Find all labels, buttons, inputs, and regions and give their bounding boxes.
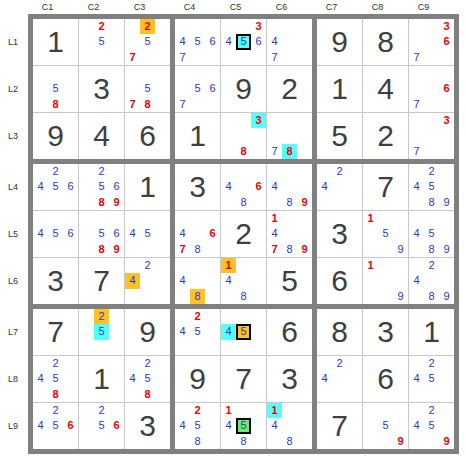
empty-candidate-slot bbox=[33, 66, 48, 81]
candidate-5[interactable]: 5 bbox=[424, 226, 439, 241]
candidate-5[interactable]: 5 bbox=[424, 418, 439, 433]
candidate-7[interactable]: 7 bbox=[409, 144, 424, 159]
candidate-3-highlight-cyan[interactable]: 3 bbox=[251, 113, 266, 128]
empty-candidate-slot bbox=[221, 195, 236, 210]
cell-L2C4[interactable]: 567 bbox=[175, 66, 220, 112]
candidate-9[interactable]: 9 bbox=[109, 195, 124, 210]
candidate-2[interactable]: 2 bbox=[424, 164, 439, 179]
cell-L1C8[interactable]: 8 bbox=[363, 19, 408, 65]
cell-L2C2[interactable]: 3 bbox=[79, 66, 124, 112]
cell-L3C6[interactable]: 78 bbox=[267, 113, 312, 159]
candidate-grid: 5689 bbox=[79, 211, 124, 257]
candidate-1[interactable]: 1 bbox=[267, 211, 282, 226]
candidate-4[interactable]: 4 bbox=[33, 226, 48, 241]
candidate-9[interactable]: 9 bbox=[439, 289, 454, 304]
candidate-5[interactable]: 5 bbox=[140, 226, 155, 241]
cell-L8C6[interactable]: 3 bbox=[267, 356, 312, 402]
candidate-digit: 4 bbox=[413, 181, 419, 192]
candidate-8[interactable]: 8 bbox=[424, 242, 439, 257]
candidate-8[interactable]: 8 bbox=[282, 195, 297, 210]
candidate-grid: 4567 bbox=[175, 19, 220, 65]
cell-L9C1[interactable]: 2456 bbox=[33, 403, 78, 449]
candidate-2[interactable]: 2 bbox=[48, 403, 63, 418]
candidate-3[interactable]: 3 bbox=[439, 19, 454, 34]
cell-L6C8[interactable]: 19 bbox=[363, 258, 408, 304]
empty-candidate-slot bbox=[175, 66, 190, 81]
candidate-4[interactable]: 4 bbox=[175, 34, 190, 49]
candidate-4[interactable]: 4 bbox=[317, 371, 332, 386]
candidate-5[interactable]: 5 bbox=[94, 226, 109, 241]
candidate-digit: 8 bbox=[240, 291, 246, 302]
candidate-8[interactable]: 8 bbox=[236, 289, 251, 304]
cell-L2C8[interactable]: 4 bbox=[363, 66, 408, 112]
candidate-digit: 9 bbox=[113, 197, 119, 208]
empty-candidate-slot bbox=[236, 179, 251, 194]
candidate-4[interactable]: 4 bbox=[409, 179, 424, 194]
candidate-2[interactable]: 2 bbox=[424, 258, 439, 273]
candidate-digit: 1 bbox=[225, 260, 231, 271]
candidate-9[interactable]: 9 bbox=[393, 289, 408, 304]
candidate-8[interactable]: 8 bbox=[190, 434, 205, 449]
cell-L9C9[interactable]: 2459 bbox=[409, 403, 454, 449]
candidate-digit: 5 bbox=[52, 420, 58, 431]
empty-candidate-slot bbox=[282, 128, 297, 143]
candidate-grid: 489 bbox=[267, 164, 312, 210]
candidate-8[interactable]: 8 bbox=[236, 144, 251, 159]
cell-L9C3[interactable]: 3 bbox=[125, 403, 170, 449]
candidate-2[interactable]: 2 bbox=[94, 164, 109, 179]
empty-candidate-slot bbox=[33, 164, 48, 179]
candidate-8[interactable]: 8 bbox=[140, 387, 155, 402]
cell-L6C6[interactable]: 5 bbox=[267, 258, 312, 304]
cell-L6C3[interactable]: 24 bbox=[125, 258, 170, 304]
candidate-8[interactable]: 8 bbox=[94, 195, 109, 210]
candidate-8[interactable]: 8 bbox=[424, 195, 439, 210]
cell-L6C9[interactable]: 2489 bbox=[409, 258, 454, 304]
cell-L4C9[interactable]: 24589 bbox=[409, 164, 454, 210]
candidate-5-highlight-cyan[interactable]: 5 bbox=[236, 34, 251, 49]
candidate-digit: 7 bbox=[413, 146, 419, 157]
candidate-7[interactable]: 7 bbox=[409, 50, 424, 65]
candidate-5[interactable]: 5 bbox=[48, 371, 63, 386]
row-label-L2: L2 bbox=[0, 66, 26, 112]
row-label-L5: L5 bbox=[0, 211, 26, 257]
cell-L3C9[interactable]: 37 bbox=[409, 113, 454, 159]
candidate-7[interactable]: 7 bbox=[409, 97, 424, 112]
empty-candidate-slot bbox=[205, 418, 220, 433]
candidate-4[interactable]: 4 bbox=[221, 273, 236, 288]
cell-L3C8[interactable]: 2 bbox=[363, 113, 408, 159]
candidate-4[interactable]: 4 bbox=[33, 371, 48, 386]
candidate-8[interactable]: 8 bbox=[190, 242, 205, 257]
empty-candidate-slot bbox=[363, 273, 378, 288]
cell-L8C9[interactable]: 245 bbox=[409, 356, 454, 402]
candidate-grid: 37 bbox=[409, 113, 454, 159]
candidate-5[interactable]: 5 bbox=[48, 179, 63, 194]
candidate-4[interactable]: 4 bbox=[175, 226, 190, 241]
cell-L9C5[interactable]: 1458 bbox=[221, 403, 266, 449]
candidate-8[interactable]: 8 bbox=[140, 97, 155, 112]
candidate-8[interactable]: 8 bbox=[48, 97, 63, 112]
cell-L8C8[interactable]: 6 bbox=[363, 356, 408, 402]
empty-candidate-slot bbox=[94, 434, 109, 449]
empty-candidate-slot bbox=[125, 81, 140, 96]
cell-L2C6[interactable]: 2 bbox=[267, 66, 312, 112]
candidate-grid: 45 bbox=[221, 309, 266, 355]
empty-candidate-slot bbox=[439, 418, 454, 433]
cell-L8C2[interactable]: 1 bbox=[79, 356, 124, 402]
row-label-L4: L4 bbox=[0, 164, 26, 210]
candidate-digit: 4 bbox=[413, 228, 419, 239]
candidate-4[interactable]: 4 bbox=[221, 418, 236, 433]
cell-L9C7[interactable]: 7 bbox=[317, 403, 362, 449]
empty-candidate-slot bbox=[297, 418, 312, 433]
candidate-8[interactable]: 8 bbox=[94, 242, 109, 257]
candidate-5[interactable]: 5 bbox=[140, 34, 155, 49]
empty-candidate-slot bbox=[205, 19, 220, 34]
candidate-9[interactable]: 9 bbox=[297, 242, 312, 257]
candidate-5[interactable]: 5 bbox=[190, 34, 205, 49]
cell-L1C7[interactable]: 9 bbox=[317, 19, 362, 65]
candidate-grid: 24 bbox=[317, 164, 362, 210]
empty-candidate-slot bbox=[317, 387, 332, 402]
candidate-7[interactable]: 7 bbox=[267, 50, 282, 65]
cell-L5C1[interactable]: 456 bbox=[33, 211, 78, 257]
cell-L1C6[interactable]: 47 bbox=[267, 19, 312, 65]
candidate-2[interactable]: 2 bbox=[190, 309, 205, 324]
candidate-2[interactable]: 2 bbox=[48, 164, 63, 179]
cell-L9C6[interactable]: 148 bbox=[267, 403, 312, 449]
candidate-9[interactable]: 9 bbox=[439, 242, 454, 257]
cell-L7C2[interactable]: 25 bbox=[79, 309, 124, 355]
candidate-5-highlight-green[interactable]: 5 bbox=[236, 418, 251, 433]
candidate-4[interactable]: 4 bbox=[33, 418, 48, 433]
cell-L7C1[interactable]: 7 bbox=[33, 309, 78, 355]
candidate-4[interactable]: 4 bbox=[221, 34, 236, 49]
candidate-9[interactable]: 9 bbox=[439, 434, 454, 449]
candidate-5-highlight-cyan[interactable]: 5 bbox=[94, 324, 109, 339]
candidate-8[interactable]: 8 bbox=[282, 434, 297, 449]
candidate-5[interactable]: 5 bbox=[140, 81, 155, 96]
candidate-8[interactable]: 8 bbox=[424, 289, 439, 304]
cell-L5C3[interactable]: 45 bbox=[125, 211, 170, 257]
candidate-4[interactable]: 4 bbox=[409, 226, 424, 241]
cell-L3C1[interactable]: 9 bbox=[33, 113, 78, 159]
candidate-4[interactable]: 4 bbox=[267, 226, 282, 241]
cell-L1C4[interactable]: 4567 bbox=[175, 19, 220, 65]
solved-digit: 3 bbox=[175, 164, 220, 210]
candidate-6[interactable]: 6 bbox=[439, 34, 454, 49]
empty-candidate-slot bbox=[267, 128, 282, 143]
candidate-5[interactable]: 5 bbox=[190, 418, 205, 433]
cell-L5C6[interactable]: 14789 bbox=[267, 211, 312, 257]
candidate-4-highlight-cyan[interactable]: 4 bbox=[221, 324, 236, 339]
candidate-digit: 3 bbox=[443, 115, 449, 126]
candidate-9[interactable]: 9 bbox=[393, 434, 408, 449]
candidate-grid: 48 bbox=[175, 258, 220, 304]
candidate-5[interactable]: 5 bbox=[94, 34, 109, 49]
empty-candidate-slot bbox=[155, 19, 170, 34]
candidate-6[interactable]: 6 bbox=[251, 34, 266, 49]
candidate-6[interactable]: 6 bbox=[439, 81, 454, 96]
cell-L6C1[interactable]: 3 bbox=[33, 258, 78, 304]
candidate-1[interactable]: 1 bbox=[363, 211, 378, 226]
cell-L3C4[interactable]: 1 bbox=[175, 113, 220, 159]
candidate-4[interactable]: 4 bbox=[317, 179, 332, 194]
cell-L2C1[interactable]: 58 bbox=[33, 66, 78, 112]
cell-L5C4[interactable]: 4678 bbox=[175, 211, 220, 257]
candidate-digit: 8 bbox=[98, 244, 104, 255]
candidate-digit: 4 bbox=[129, 373, 135, 384]
box-border-vertical bbox=[454, 14, 459, 454]
candidate-1[interactable]: 1 bbox=[363, 258, 378, 273]
candidate-2[interactable]: 2 bbox=[140, 258, 155, 273]
candidate-4[interactable]: 4 bbox=[175, 418, 190, 433]
candidate-1-highlight-orange[interactable]: 1 bbox=[221, 258, 236, 273]
candidate-4[interactable]: 4 bbox=[33, 179, 48, 194]
candidate-5[interactable]: 5 bbox=[48, 226, 63, 241]
candidate-2-highlight-orange[interactable]: 2 bbox=[94, 309, 109, 324]
empty-candidate-slot bbox=[439, 371, 454, 386]
candidate-4[interactable]: 4 bbox=[267, 418, 282, 433]
candidate-4[interactable]: 4 bbox=[175, 324, 190, 339]
cell-L7C5[interactable]: 45 bbox=[221, 309, 266, 355]
candidate-7[interactable]: 7 bbox=[267, 242, 282, 257]
cell-L1C5[interactable]: 3456 bbox=[221, 19, 266, 65]
cell-L8C5[interactable]: 7 bbox=[221, 356, 266, 402]
candidate-digit: 2 bbox=[428, 358, 434, 369]
candidate-6[interactable]: 6 bbox=[63, 226, 78, 241]
solved-digit: 2 bbox=[363, 113, 408, 159]
candidate-6[interactable]: 6 bbox=[205, 226, 220, 241]
candidate-6[interactable]: 6 bbox=[63, 418, 78, 433]
candidate-5[interactable]: 5 bbox=[94, 179, 109, 194]
empty-candidate-slot bbox=[63, 371, 78, 386]
cell-L4C8[interactable]: 7 bbox=[363, 164, 408, 210]
candidate-2[interactable]: 2 bbox=[424, 403, 439, 418]
candidate-4[interactable]: 4 bbox=[409, 371, 424, 386]
cell-L3C5[interactable]: 38 bbox=[221, 113, 266, 159]
candidate-7[interactable]: 7 bbox=[175, 97, 190, 112]
empty-candidate-slot bbox=[48, 434, 63, 449]
cell-L8C1[interactable]: 2458 bbox=[33, 356, 78, 402]
cell-L9C4[interactable]: 2458 bbox=[175, 403, 220, 449]
cell-L1C1[interactable]: 1 bbox=[33, 19, 78, 65]
empty-candidate-slot bbox=[33, 195, 48, 210]
empty-candidate-slot bbox=[267, 164, 282, 179]
candidate-7[interactable]: 7 bbox=[267, 144, 282, 159]
empty-candidate-slot bbox=[33, 434, 48, 449]
candidate-6[interactable]: 6 bbox=[251, 179, 266, 194]
candidate-2[interactable]: 2 bbox=[190, 403, 205, 418]
cell-L2C5[interactable]: 9 bbox=[221, 66, 266, 112]
candidate-4[interactable]: 4 bbox=[125, 226, 140, 241]
cell-L7C6[interactable]: 6 bbox=[267, 309, 312, 355]
candidate-4[interactable]: 4 bbox=[175, 273, 190, 288]
cell-L7C9[interactable]: 1 bbox=[409, 309, 454, 355]
candidate-grid: 25 bbox=[79, 19, 124, 65]
cell-L7C3[interactable]: 9 bbox=[125, 309, 170, 355]
cell-L3C7[interactable]: 5 bbox=[317, 113, 362, 159]
cell-L1C3[interactable]: 257 bbox=[125, 19, 170, 65]
candidate-digit: 2 bbox=[98, 166, 104, 177]
candidate-9[interactable]: 9 bbox=[109, 242, 124, 257]
candidate-7[interactable]: 7 bbox=[125, 50, 140, 65]
cell-L8C3[interactable]: 2458 bbox=[125, 356, 170, 402]
candidate-grid: 367 bbox=[409, 19, 454, 65]
candidate-digit: 2 bbox=[98, 405, 104, 416]
candidate-6[interactable]: 6 bbox=[205, 34, 220, 49]
cell-L1C9[interactable]: 367 bbox=[409, 19, 454, 65]
candidate-8[interactable]: 8 bbox=[236, 195, 251, 210]
candidate-digit: 8 bbox=[428, 244, 434, 255]
empty-candidate-slot bbox=[109, 434, 124, 449]
empty-candidate-slot bbox=[79, 19, 94, 34]
cell-L2C3[interactable]: 578 bbox=[125, 66, 170, 112]
empty-candidate-slot bbox=[109, 164, 124, 179]
candidate-4[interactable]: 4 bbox=[125, 371, 140, 386]
candidate-4[interactable]: 4 bbox=[267, 179, 282, 194]
empty-candidate-slot bbox=[79, 211, 94, 226]
empty-candidate-slot bbox=[297, 50, 312, 65]
candidate-grid: 24589 bbox=[409, 164, 454, 210]
cell-L5C5[interactable]: 2 bbox=[221, 211, 266, 257]
empty-candidate-slot bbox=[221, 19, 236, 34]
cell-L8C7[interactable]: 24 bbox=[317, 356, 362, 402]
cell-L2C9[interactable]: 67 bbox=[409, 66, 454, 112]
cell-L4C6[interactable]: 489 bbox=[267, 164, 312, 210]
cell-L4C3[interactable]: 1 bbox=[125, 164, 170, 210]
candidate-6[interactable]: 6 bbox=[63, 179, 78, 194]
cell-L4C2[interactable]: 25689 bbox=[79, 164, 124, 210]
cell-L9C8[interactable]: 59 bbox=[363, 403, 408, 449]
empty-candidate-slot bbox=[439, 128, 454, 143]
candidate-8-highlight-cyan[interactable]: 8 bbox=[282, 144, 297, 159]
empty-candidate-slot bbox=[140, 211, 155, 226]
candidate-digit: 5 bbox=[144, 36, 150, 47]
candidate-2[interactable]: 2 bbox=[48, 356, 63, 371]
candidate-5[interactable]: 5 bbox=[94, 418, 109, 433]
empty-candidate-slot bbox=[33, 97, 48, 112]
candidate-9[interactable]: 9 bbox=[297, 195, 312, 210]
candidate-5[interactable]: 5 bbox=[48, 418, 63, 433]
solved-digit: 4 bbox=[363, 66, 408, 112]
candidate-digit: 4 bbox=[225, 326, 231, 337]
candidate-4-highlight-orange[interactable]: 4 bbox=[125, 273, 140, 288]
empty-candidate-slot bbox=[267, 195, 282, 210]
cell-L7C7[interactable]: 8 bbox=[317, 309, 362, 355]
candidate-digit: 7 bbox=[179, 244, 185, 255]
col-label-C5: C5 bbox=[213, 1, 258, 13]
candidate-4[interactable]: 4 bbox=[221, 179, 236, 194]
candidate-2[interactable]: 2 bbox=[94, 403, 109, 418]
candidate-6[interactable]: 6 bbox=[205, 81, 220, 96]
candidate-7[interactable]: 7 bbox=[175, 50, 190, 65]
candidate-2[interactable]: 2 bbox=[140, 356, 155, 371]
candidate-6[interactable]: 6 bbox=[109, 179, 124, 194]
candidate-5[interactable]: 5 bbox=[424, 179, 439, 194]
candidate-6[interactable]: 6 bbox=[109, 418, 124, 433]
candidate-6[interactable]: 6 bbox=[109, 226, 124, 241]
cell-L7C8[interactable]: 3 bbox=[363, 309, 408, 355]
cell-L6C7[interactable]: 6 bbox=[317, 258, 362, 304]
col-label-C6: C6 bbox=[259, 1, 304, 13]
candidate-2[interactable]: 2 bbox=[332, 164, 347, 179]
candidate-9[interactable]: 9 bbox=[439, 195, 454, 210]
candidate-5[interactable]: 5 bbox=[378, 418, 393, 433]
candidate-2[interactable]: 2 bbox=[424, 356, 439, 371]
cell-L4C7[interactable]: 24 bbox=[317, 164, 362, 210]
candidate-2[interactable]: 2 bbox=[332, 356, 347, 371]
cell-L7C4[interactable]: 245 bbox=[175, 309, 220, 355]
candidate-5[interactable]: 5 bbox=[424, 371, 439, 386]
candidate-digit: 5 bbox=[98, 36, 104, 47]
solved-digit: 6 bbox=[363, 356, 408, 402]
candidate-5[interactable]: 5 bbox=[190, 324, 205, 339]
cell-L4C5[interactable]: 468 bbox=[221, 164, 266, 210]
candidate-5-highlight-orange[interactable]: 5 bbox=[236, 324, 251, 339]
candidate-9[interactable]: 9 bbox=[393, 242, 408, 257]
cell-L5C2[interactable]: 5689 bbox=[79, 211, 124, 257]
candidate-5[interactable]: 5 bbox=[190, 81, 205, 96]
cell-L1C2[interactable]: 25 bbox=[79, 19, 124, 65]
cell-L6C2[interactable]: 7 bbox=[79, 258, 124, 304]
candidate-digit: 4 bbox=[321, 181, 327, 192]
cell-L3C3[interactable]: 6 bbox=[125, 113, 170, 159]
candidate-digit: 7 bbox=[129, 99, 135, 110]
candidate-4[interactable]: 4 bbox=[267, 34, 282, 49]
cell-L2C7[interactable]: 1 bbox=[317, 66, 362, 112]
candidate-1-highlight-cyan[interactable]: 1 bbox=[267, 403, 282, 418]
candidate-8-highlight-orange[interactable]: 8 bbox=[190, 289, 205, 304]
candidate-5[interactable]: 5 bbox=[48, 81, 63, 96]
cell-L8C4[interactable]: 9 bbox=[175, 356, 220, 402]
empty-candidate-slot bbox=[205, 340, 220, 355]
candidate-4[interactable]: 4 bbox=[409, 418, 424, 433]
empty-candidate-slot bbox=[363, 434, 378, 449]
candidate-5[interactable]: 5 bbox=[378, 226, 393, 241]
empty-candidate-slot bbox=[282, 50, 297, 65]
candidate-3[interactable]: 3 bbox=[251, 19, 266, 34]
candidate-8[interactable]: 8 bbox=[48, 387, 63, 402]
candidate-grid: 25 bbox=[79, 309, 124, 355]
cell-L4C1[interactable]: 2456 bbox=[33, 164, 78, 210]
empty-candidate-slot bbox=[236, 273, 251, 288]
empty-candidate-slot bbox=[297, 128, 312, 143]
candidate-7[interactable]: 7 bbox=[125, 97, 140, 112]
candidate-8[interactable]: 8 bbox=[282, 242, 297, 257]
solved-digit: 1 bbox=[317, 66, 362, 112]
cell-L5C7[interactable]: 3 bbox=[317, 211, 362, 257]
cell-L3C2[interactable]: 4 bbox=[79, 113, 124, 159]
empty-candidate-slot bbox=[363, 289, 378, 304]
empty-candidate-slot bbox=[155, 289, 170, 304]
cell-L6C5[interactable]: 148 bbox=[221, 258, 266, 304]
cell-L6C4[interactable]: 48 bbox=[175, 258, 220, 304]
candidate-2[interactable]: 2 bbox=[94, 19, 109, 34]
cell-L4C4[interactable]: 3 bbox=[175, 164, 220, 210]
candidate-1[interactable]: 1 bbox=[221, 403, 236, 418]
candidate-7[interactable]: 7 bbox=[175, 242, 190, 257]
candidate-3[interactable]: 3 bbox=[439, 113, 454, 128]
candidate-5[interactable]: 5 bbox=[140, 371, 155, 386]
cell-L9C2[interactable]: 256 bbox=[79, 403, 124, 449]
cell-L5C8[interactable]: 159 bbox=[363, 211, 408, 257]
candidate-4[interactable]: 4 bbox=[409, 273, 424, 288]
cell-L5C9[interactable]: 4589 bbox=[409, 211, 454, 257]
candidate-2-highlight-orange[interactable]: 2 bbox=[140, 19, 155, 34]
candidate-8[interactable]: 8 bbox=[236, 434, 251, 449]
